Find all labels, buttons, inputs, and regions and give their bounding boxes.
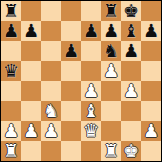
square-a6[interactable] xyxy=(1,41,21,61)
square-g5[interactable] xyxy=(121,61,141,81)
square-h3[interactable] xyxy=(141,101,161,121)
square-h4[interactable] xyxy=(141,81,161,101)
square-b3[interactable] xyxy=(21,101,41,121)
square-h2[interactable]: ♟ xyxy=(141,121,161,141)
white-pawn-icon: ♟ xyxy=(23,121,39,141)
white-king-icon: ♚ xyxy=(123,141,139,161)
black-pawn-icon: ♟ xyxy=(83,21,99,41)
square-g1[interactable]: ♚ xyxy=(121,141,141,161)
white-pawn-icon: ♟ xyxy=(143,121,159,141)
square-g6[interactable]: ♟ xyxy=(121,41,141,61)
square-f7[interactable]: ♟ xyxy=(101,21,121,41)
square-f4[interactable] xyxy=(101,81,121,101)
black-pawn-icon: ♟ xyxy=(3,21,19,41)
square-b5[interactable] xyxy=(21,61,41,81)
white-rook-icon: ♜ xyxy=(103,141,119,161)
square-f1[interactable]: ♜ xyxy=(101,141,121,161)
square-c2[interactable]: ♟ xyxy=(41,121,61,141)
square-h6[interactable] xyxy=(141,41,161,61)
square-c8[interactable] xyxy=(41,1,61,21)
square-e8[interactable] xyxy=(81,1,101,21)
square-c1[interactable] xyxy=(41,141,61,161)
white-pawn-icon: ♟ xyxy=(3,121,19,141)
square-h5[interactable] xyxy=(141,61,161,81)
square-d7[interactable] xyxy=(61,21,81,41)
square-b2[interactable]: ♟ xyxy=(21,121,41,141)
square-a7[interactable]: ♟ xyxy=(1,21,21,41)
square-f3[interactable] xyxy=(101,101,121,121)
square-b1[interactable] xyxy=(21,141,41,161)
white-queen-icon: ♛ xyxy=(83,121,99,141)
square-a1[interactable]: ♜ xyxy=(1,141,21,161)
square-e5[interactable] xyxy=(81,61,101,81)
black-knight-icon: ♞ xyxy=(103,41,119,61)
black-bishop-icon: ♝ xyxy=(123,21,139,41)
square-g8[interactable]: ♚ xyxy=(121,1,141,21)
square-b8[interactable] xyxy=(21,1,41,21)
square-a5[interactable]: ♛ xyxy=(1,61,21,81)
square-g3[interactable] xyxy=(121,101,141,121)
square-h8[interactable] xyxy=(141,1,161,21)
black-pawn-icon: ♟ xyxy=(63,41,79,61)
square-a3[interactable] xyxy=(1,101,21,121)
square-d5[interactable] xyxy=(61,61,81,81)
white-knight-icon: ♞ xyxy=(43,101,59,121)
square-e7[interactable]: ♟ xyxy=(81,21,101,41)
square-e6[interactable] xyxy=(81,41,101,61)
square-a8[interactable]: ♜ xyxy=(1,1,21,21)
square-e1[interactable] xyxy=(81,141,101,161)
square-f8[interactable]: ♜ xyxy=(101,1,121,21)
white-pawn-icon: ♟ xyxy=(103,61,119,81)
square-g7[interactable]: ♝ xyxy=(121,21,141,41)
square-e3[interactable]: ♝ xyxy=(81,101,101,121)
white-rook-icon: ♜ xyxy=(3,141,19,161)
square-e4[interactable]: ♟ xyxy=(81,81,101,101)
square-a2[interactable]: ♟ xyxy=(1,121,21,141)
white-pawn-icon: ♟ xyxy=(83,81,99,101)
square-f2[interactable] xyxy=(101,121,121,141)
chess-board-frame: ♜♜♚♟♟♟♟♝♟♟♞♟♛♟♟♟♞♝♟♟♟♛♟♜♜♚ xyxy=(0,0,162,162)
black-pawn-icon: ♟ xyxy=(143,21,159,41)
square-e2[interactable]: ♛ xyxy=(81,121,101,141)
square-d4[interactable] xyxy=(61,81,81,101)
black-pawn-icon: ♟ xyxy=(103,21,119,41)
black-pawn-icon: ♟ xyxy=(23,21,39,41)
square-f6[interactable]: ♞ xyxy=(101,41,121,61)
white-pawn-icon: ♟ xyxy=(43,121,59,141)
square-d1[interactable] xyxy=(61,141,81,161)
square-a4[interactable] xyxy=(1,81,21,101)
black-king-icon: ♚ xyxy=(123,1,139,21)
square-h1[interactable] xyxy=(141,141,161,161)
square-c6[interactable] xyxy=(41,41,61,61)
white-bishop-icon: ♝ xyxy=(83,101,99,121)
square-d2[interactable] xyxy=(61,121,81,141)
square-g2[interactable] xyxy=(121,121,141,141)
square-b6[interactable] xyxy=(21,41,41,61)
square-g4[interactable]: ♟ xyxy=(121,81,141,101)
chess-board: ♜♜♚♟♟♟♟♝♟♟♞♟♛♟♟♟♞♝♟♟♟♛♟♜♜♚ xyxy=(1,1,161,161)
square-d8[interactable] xyxy=(61,1,81,21)
square-h7[interactable]: ♟ xyxy=(141,21,161,41)
square-d3[interactable] xyxy=(61,101,81,121)
square-b4[interactable] xyxy=(21,81,41,101)
square-c4[interactable] xyxy=(41,81,61,101)
square-c3[interactable]: ♞ xyxy=(41,101,61,121)
black-rook-icon: ♜ xyxy=(103,1,119,21)
black-rook-icon: ♜ xyxy=(3,1,19,21)
black-queen-icon: ♛ xyxy=(3,61,19,81)
square-c5[interactable] xyxy=(41,61,61,81)
white-pawn-icon: ♟ xyxy=(123,81,139,101)
square-b7[interactable]: ♟ xyxy=(21,21,41,41)
black-pawn-icon: ♟ xyxy=(123,41,139,61)
square-d6[interactable]: ♟ xyxy=(61,41,81,61)
square-c7[interactable] xyxy=(41,21,61,41)
square-f5[interactable]: ♟ xyxy=(101,61,121,81)
